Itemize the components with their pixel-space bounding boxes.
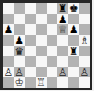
square-a5[interactable] [3, 35, 14, 46]
square-e2[interactable] [47, 67, 58, 78]
white-pawn-b2[interactable]: ♙ [15, 67, 24, 78]
square-b7[interactable] [14, 14, 25, 25]
square-c6[interactable] [25, 24, 36, 35]
square-f1[interactable] [57, 77, 68, 88]
square-h8[interactable] [79, 3, 90, 14]
square-d4[interactable] [36, 46, 47, 57]
square-f4[interactable] [57, 46, 68, 57]
square-f3[interactable] [57, 56, 68, 67]
square-c4[interactable] [25, 46, 36, 57]
white-pawn-f2[interactable]: ♙ [58, 67, 67, 78]
square-a2[interactable]: ♙ [3, 67, 14, 78]
square-e5[interactable] [47, 35, 58, 46]
square-a7[interactable] [3, 14, 14, 25]
square-a4[interactable] [3, 46, 14, 57]
square-f5[interactable] [57, 35, 68, 46]
chess-board-diagram: ♜♚♟♟♕♟♟♗♛♜♙♙♙♙♔♖ [0, 0, 92, 90]
square-b3[interactable] [14, 56, 25, 67]
square-h6[interactable] [79, 24, 90, 35]
square-d1[interactable]: ♖ [36, 77, 47, 88]
square-c8[interactable] [25, 3, 36, 14]
black-rook-g4[interactable]: ♜ [69, 46, 78, 57]
square-d2[interactable] [36, 67, 47, 78]
black-pawn-b5[interactable]: ♟ [15, 35, 24, 46]
square-a1[interactable] [3, 77, 14, 88]
square-h2[interactable]: ♙ [79, 67, 90, 78]
square-g4[interactable]: ♜ [68, 46, 79, 57]
square-d5[interactable] [36, 35, 47, 46]
square-e4[interactable] [47, 46, 58, 57]
square-d7[interactable] [36, 14, 47, 25]
square-c5[interactable] [25, 35, 36, 46]
square-b4[interactable]: ♛ [14, 46, 25, 57]
square-f6[interactable]: ♕ [57, 24, 68, 35]
square-e8[interactable] [47, 3, 58, 14]
square-a3[interactable] [3, 56, 14, 67]
square-e6[interactable] [47, 24, 58, 35]
white-bishop-h5[interactable]: ♗ [80, 35, 89, 46]
black-queen-b4[interactable]: ♛ [15, 46, 24, 57]
black-pawn-f7[interactable]: ♟ [58, 14, 67, 25]
square-h3[interactable] [79, 56, 90, 67]
square-g7[interactable] [68, 14, 79, 25]
square-b2[interactable]: ♙ [14, 67, 25, 78]
square-e7[interactable] [47, 14, 58, 25]
square-c2[interactable] [25, 67, 36, 78]
square-f2[interactable]: ♙ [57, 67, 68, 78]
square-f7[interactable]: ♟ [57, 14, 68, 25]
square-b1[interactable]: ♔ [14, 77, 25, 88]
square-a6[interactable]: ♟ [3, 24, 14, 35]
white-king-b1[interactable]: ♔ [15, 77, 24, 88]
square-d8[interactable] [36, 3, 47, 14]
square-b8[interactable] [14, 3, 25, 14]
square-f8[interactable]: ♜ [57, 3, 68, 14]
square-g3[interactable] [68, 56, 79, 67]
black-pawn-a6[interactable]: ♟ [4, 24, 13, 35]
square-h1[interactable] [79, 77, 90, 88]
square-g5[interactable] [68, 35, 79, 46]
square-g1[interactable] [68, 77, 79, 88]
square-e1[interactable] [47, 77, 58, 88]
square-g6[interactable]: ♟ [68, 24, 79, 35]
black-pawn-g6[interactable]: ♟ [69, 24, 78, 35]
square-h7[interactable] [79, 14, 90, 25]
black-rook-f8[interactable]: ♜ [58, 3, 67, 14]
black-king-g8[interactable]: ♚ [69, 3, 78, 14]
white-pawn-a2[interactable]: ♙ [4, 67, 13, 78]
square-e3[interactable] [47, 56, 58, 67]
square-h4[interactable] [79, 46, 90, 57]
white-queen-f6[interactable]: ♕ [58, 24, 67, 35]
square-c1[interactable] [25, 77, 36, 88]
square-g2[interactable] [68, 67, 79, 78]
square-c3[interactable] [25, 56, 36, 67]
square-d6[interactable] [36, 24, 47, 35]
white-pawn-h2[interactable]: ♙ [80, 67, 89, 78]
white-rook-d1[interactable]: ♖ [36, 77, 45, 88]
square-b6[interactable] [14, 24, 25, 35]
square-b5[interactable]: ♟ [14, 35, 25, 46]
chess-board: ♜♚♟♟♕♟♟♗♛♜♙♙♙♙♔♖ [0, 0, 92, 90]
square-c7[interactable] [25, 14, 36, 25]
square-d3[interactable] [36, 56, 47, 67]
square-h5[interactable]: ♗ [79, 35, 90, 46]
square-g8[interactable]: ♚ [68, 3, 79, 14]
square-a8[interactable] [3, 3, 14, 14]
